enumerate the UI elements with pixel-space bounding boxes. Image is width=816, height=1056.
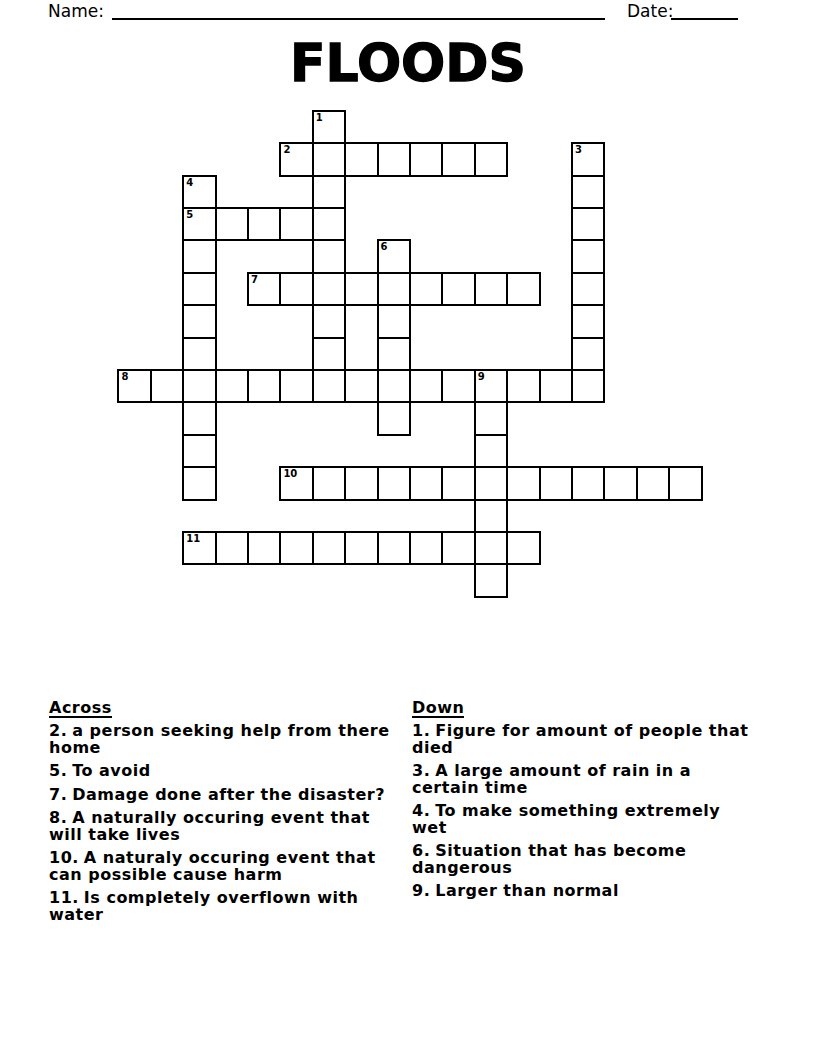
grid-cell[interactable] <box>247 207 281 241</box>
grid-cell[interactable] <box>377 337 411 371</box>
grid-cell[interactable] <box>441 466 475 500</box>
grid-cell[interactable] <box>571 466 605 500</box>
grid-cell[interactable] <box>215 207 249 241</box>
grid-cell[interactable] <box>312 239 346 273</box>
grid-cell[interactable] <box>474 142 508 176</box>
grid-cell[interactable] <box>377 142 411 176</box>
grid-cell[interactable] <box>474 499 508 533</box>
grid-cell[interactable]: 8 <box>117 369 151 403</box>
grid-cell[interactable]: 1 <box>312 110 346 144</box>
grid-cell[interactable] <box>279 531 313 565</box>
grid-cell[interactable] <box>182 369 216 403</box>
grid-cell[interactable] <box>571 239 605 273</box>
clue-text: Situation that has become dangerous <box>412 841 686 877</box>
grid-cell[interactable] <box>279 272 313 306</box>
cell-number: 8 <box>121 371 128 383</box>
grid-cell[interactable] <box>215 369 249 403</box>
grid-cell[interactable] <box>539 466 573 500</box>
clue-text: Larger than normal <box>435 881 619 900</box>
grid-cell[interactable] <box>571 304 605 338</box>
grid-cell[interactable] <box>312 304 346 338</box>
cell-number: 4 <box>186 177 193 189</box>
across-heading: Across <box>49 699 112 718</box>
grid-cell[interactable] <box>344 369 378 403</box>
grid-cell[interactable] <box>571 369 605 403</box>
grid-cell[interactable] <box>312 369 346 403</box>
grid-cell[interactable] <box>377 531 411 565</box>
grid-cell[interactable] <box>506 531 540 565</box>
clue-across-10: 10.A naturaly occuring event that can po… <box>49 850 414 883</box>
grid-cell[interactable] <box>474 531 508 565</box>
grid-cell[interactable] <box>312 337 346 371</box>
clue-across-2: 2.a person seeking help from there home <box>49 723 414 756</box>
cell-number: 10 <box>283 468 297 480</box>
clue-text: To make something extremely wet <box>412 801 720 837</box>
grid-cell[interactable] <box>409 369 443 403</box>
clue-text: A naturaly occuring event that can possi… <box>49 848 376 884</box>
grid-cell[interactable] <box>409 466 443 500</box>
grid-cell[interactable] <box>182 304 216 338</box>
grid-cell[interactable] <box>474 563 508 597</box>
clue-text: a person seeking help from there home <box>49 721 390 757</box>
cell-number: 2 <box>283 144 290 156</box>
grid-cell[interactable] <box>312 531 346 565</box>
grid-cell[interactable] <box>377 304 411 338</box>
grid-cell[interactable] <box>247 369 281 403</box>
grid-cell[interactable] <box>571 272 605 306</box>
clue-across-11: 11.Is completely overflown with water <box>49 890 414 923</box>
grid-cell[interactable] <box>215 531 249 565</box>
grid-cell[interactable] <box>506 466 540 500</box>
clue-text: Is completely overflown with water <box>49 888 358 924</box>
clue-text: A naturally occuring event that will tak… <box>49 808 370 844</box>
down-heading: Down <box>412 699 464 718</box>
crossword-grid: 1234567891011 <box>0 0 816 620</box>
grid-cell[interactable] <box>344 466 378 500</box>
cell-number: 3 <box>575 144 582 156</box>
grid-cell[interactable] <box>506 272 540 306</box>
grid-cell[interactable] <box>312 142 346 176</box>
grid-cell[interactable] <box>409 531 443 565</box>
grid-cell[interactable] <box>312 175 346 209</box>
grid-cell[interactable] <box>344 142 378 176</box>
clue-text: To avoid <box>72 761 151 780</box>
grid-cell[interactable]: 4 <box>182 175 216 209</box>
grid-cell[interactable] <box>474 272 508 306</box>
grid-cell[interactable] <box>377 369 411 403</box>
grid-cell[interactable] <box>636 466 670 500</box>
grid-cell[interactable] <box>182 401 216 435</box>
grid-cell[interactable] <box>247 531 281 565</box>
across-clues: Across 2.a person seeking help from ther… <box>49 698 414 930</box>
grid-cell[interactable] <box>539 369 573 403</box>
grid-cell[interactable] <box>182 272 216 306</box>
grid-cell[interactable] <box>571 207 605 241</box>
grid-cell[interactable] <box>668 466 702 500</box>
grid-cell[interactable] <box>312 207 346 241</box>
clue-down-6: 6.Situation that has become dangerous <box>412 843 777 876</box>
grid-cell[interactable] <box>182 337 216 371</box>
grid-cell[interactable]: 6 <box>377 239 411 273</box>
clue-text: Damage done after the disaster? <box>72 785 385 804</box>
grid-cell[interactable] <box>377 466 411 500</box>
grid-cell[interactable]: 7 <box>247 272 281 306</box>
clue-number: 5. <box>49 761 67 780</box>
cell-number: 5 <box>186 209 193 221</box>
grid-cell[interactable] <box>474 401 508 435</box>
clue-text: Figure for amount of people that died <box>412 721 748 757</box>
grid-cell[interactable] <box>182 239 216 273</box>
grid-cell[interactable]: 3 <box>571 142 605 176</box>
grid-cell[interactable] <box>150 369 184 403</box>
grid-cell[interactable] <box>344 531 378 565</box>
grid-cell[interactable]: 5 <box>182 207 216 241</box>
grid-cell[interactable] <box>506 369 540 403</box>
grid-cell[interactable] <box>571 175 605 209</box>
down-clues: Down 1.Figure for amount of people that … <box>412 698 777 907</box>
grid-cell[interactable] <box>279 207 313 241</box>
grid-cell[interactable] <box>182 434 216 468</box>
cell-number: 9 <box>478 371 485 383</box>
cell-number: 11 <box>186 533 200 545</box>
grid-cell[interactable] <box>312 466 346 500</box>
grid-cell[interactable] <box>441 142 475 176</box>
grid-cell[interactable] <box>312 272 346 306</box>
grid-cell[interactable] <box>474 434 508 468</box>
grid-cell[interactable]: 2 <box>279 142 313 176</box>
clue-number: 9. <box>412 881 430 900</box>
clue-across-8: 8.A naturally occuring event that will t… <box>49 810 414 843</box>
clue-across-5: 5.To avoid <box>49 763 414 780</box>
clue-across-7: 7.Damage done after the disaster? <box>49 787 414 804</box>
grid-cell[interactable] <box>344 272 378 306</box>
clue-down-9: 9.Larger than normal <box>412 883 777 900</box>
grid-cell[interactable] <box>409 142 443 176</box>
grid-cell[interactable] <box>279 369 313 403</box>
grid-cell[interactable] <box>182 466 216 500</box>
grid-cell[interactable] <box>441 272 475 306</box>
grid-cell[interactable] <box>441 369 475 403</box>
clue-text: A large amount of rain in a certain time <box>412 761 691 797</box>
clue-down-4: 4.To make something extremely wet <box>412 803 777 836</box>
grid-cell[interactable] <box>474 466 508 500</box>
grid-cell[interactable] <box>441 531 475 565</box>
grid-cell[interactable] <box>571 337 605 371</box>
grid-cell[interactable]: 11 <box>182 531 216 565</box>
worksheet-page: Name: Date: FLOODS 1234567891011 Across … <box>0 0 816 1056</box>
clue-down-1: 1.Figure for amount of people that died <box>412 723 777 756</box>
grid-cell[interactable] <box>377 401 411 435</box>
cell-number: 6 <box>381 241 388 253</box>
grid-cell[interactable] <box>377 272 411 306</box>
cell-number: 7 <box>251 274 258 286</box>
grid-cell[interactable] <box>603 466 637 500</box>
clue-down-3: 3.A large amount of rain in a certain ti… <box>412 763 777 796</box>
grid-cell[interactable] <box>409 272 443 306</box>
cell-number: 1 <box>316 112 323 124</box>
clue-number: 7. <box>49 785 67 804</box>
grid-cell[interactable]: 10 <box>279 466 313 500</box>
grid-cell[interactable]: 9 <box>474 369 508 403</box>
